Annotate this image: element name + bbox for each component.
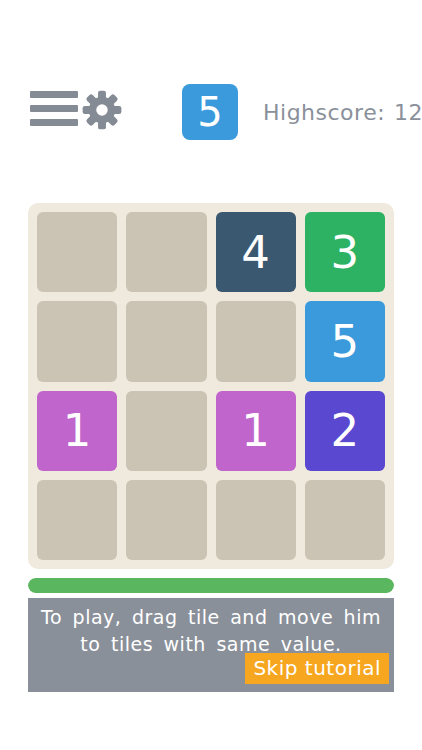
tile-3-r0c3[interactable]: 3 xyxy=(305,212,385,292)
progress-bar xyxy=(28,578,394,593)
tutorial-text: To play, drag tile and move him to tiles… xyxy=(28,604,394,658)
empty-cell-r2c1 xyxy=(126,391,206,471)
menu-button[interactable] xyxy=(30,91,78,126)
empty-cell-r1c0 xyxy=(37,301,117,381)
current-tile-badge: 5 xyxy=(182,84,238,140)
progress-fill xyxy=(28,578,394,593)
current-tile-value: 5 xyxy=(197,92,222,132)
empty-cell-r1c1 xyxy=(126,301,206,381)
tutorial-line-1: To play, drag tile and move him xyxy=(28,604,394,631)
empty-cell-r1c2 xyxy=(216,301,296,381)
tile-5-r1c3[interactable]: 5 xyxy=(305,301,385,381)
highscore: Highscore: 12 xyxy=(263,84,422,140)
highscore-value: 12 xyxy=(394,100,422,125)
gear-icon xyxy=(80,88,124,132)
board-grid: 435112 xyxy=(28,203,394,569)
empty-cell-r3c0 xyxy=(37,480,117,560)
tile-4-r0c2[interactable]: 4 xyxy=(216,212,296,292)
empty-cell-r0c0 xyxy=(37,212,117,292)
empty-cell-r3c2 xyxy=(216,480,296,560)
tile-1-r2c0[interactable]: 1 xyxy=(37,391,117,471)
tile-1-r2c2[interactable]: 1 xyxy=(216,391,296,471)
highscore-label: Highscore: xyxy=(263,100,385,125)
skip-tutorial-button[interactable]: Skip tutorial xyxy=(245,653,389,684)
hamburger-icon xyxy=(30,91,78,98)
empty-cell-r3c3 xyxy=(305,480,385,560)
empty-cell-r3c1 xyxy=(126,480,206,560)
settings-button[interactable] xyxy=(80,88,124,132)
tutorial-box: To play, drag tile and move him to tiles… xyxy=(28,598,394,692)
tile-2-r2c3[interactable]: 2 xyxy=(305,391,385,471)
empty-cell-r0c1 xyxy=(126,212,206,292)
